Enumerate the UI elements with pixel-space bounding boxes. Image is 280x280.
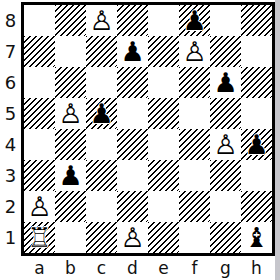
square-c1[interactable] [86, 222, 117, 253]
file-label-h: h [241, 257, 272, 279]
file-label-g: g [210, 257, 241, 279]
square-h2[interactable] [241, 191, 272, 222]
white-pawn[interactable]: ♟♙ [179, 36, 210, 67]
file-labels: abcdefgh [24, 257, 272, 279]
square-d8[interactable] [117, 5, 148, 36]
chess-board: ♟♙♟♟♟♟♟♙♟♟♟♙♟♟♟♙♟♟♟♟♟♙♜♖♟♙♝♝ [21, 2, 275, 256]
file-label-d: d [117, 257, 148, 279]
window-edge [275, 0, 280, 280]
black-pawn-glyph: ♟ [117, 36, 148, 67]
black-pawn[interactable]: ♟♟ [86, 98, 117, 129]
square-a3[interactable] [24, 160, 55, 191]
white-pawn-glyph: ♙ [210, 129, 241, 160]
file-label-a: a [24, 257, 55, 279]
white-pawn-glyph: ♙ [55, 98, 86, 129]
square-b3[interactable]: ♟♟ [55, 160, 86, 191]
square-h8[interactable] [241, 5, 272, 36]
square-c7[interactable] [86, 36, 117, 67]
square-b4[interactable] [55, 129, 86, 160]
square-a5[interactable] [24, 98, 55, 129]
square-h6[interactable] [241, 67, 272, 98]
square-c5[interactable]: ♟♟ [86, 98, 117, 129]
black-bishop[interactable]: ♝♝ [241, 222, 272, 253]
rank-label-5: 5 [0, 98, 21, 129]
white-pawn-glyph: ♙ [117, 222, 148, 253]
black-pawn-glyph: ♟ [179, 5, 210, 36]
square-b6[interactable] [55, 67, 86, 98]
square-b2[interactable] [55, 191, 86, 222]
square-d4[interactable] [117, 129, 148, 160]
square-g2[interactable] [210, 191, 241, 222]
file-label-b: b [55, 257, 86, 279]
square-e7[interactable] [148, 36, 179, 67]
square-d1[interactable]: ♟♙ [117, 222, 148, 253]
square-d2[interactable] [117, 191, 148, 222]
square-g8[interactable] [210, 5, 241, 36]
square-a8[interactable] [24, 5, 55, 36]
square-f5[interactable] [179, 98, 210, 129]
file-label-c: c [86, 257, 117, 279]
rank-label-7: 7 [0, 36, 21, 67]
square-g3[interactable] [210, 160, 241, 191]
square-a1[interactable]: ♜♖ [24, 222, 55, 253]
square-e3[interactable] [148, 160, 179, 191]
black-pawn-glyph: ♟ [55, 160, 86, 191]
square-g1[interactable] [210, 222, 241, 253]
black-pawn-glyph: ♟ [241, 129, 272, 160]
square-f2[interactable] [179, 191, 210, 222]
rank-label-4: 4 [0, 129, 21, 160]
square-h7[interactable] [241, 36, 272, 67]
square-d5[interactable] [117, 98, 148, 129]
square-c6[interactable] [86, 67, 117, 98]
black-pawn-glyph: ♟ [210, 67, 241, 98]
black-pawn[interactable]: ♟♟ [210, 67, 241, 98]
square-g7[interactable] [210, 36, 241, 67]
black-bishop-glyph: ♝ [241, 222, 272, 253]
square-b5[interactable]: ♟♙ [55, 98, 86, 129]
black-pawn[interactable]: ♟♟ [241, 129, 272, 160]
square-e5[interactable] [148, 98, 179, 129]
square-h3[interactable] [241, 160, 272, 191]
chess-diagram: 87654321 ♟♙♟♟♟♟♟♙♟♟♟♙♟♟♟♙♟♟♟♟♟♙♜♖♟♙♝♝ ab… [0, 0, 280, 280]
white-pawn-glyph: ♙ [86, 5, 117, 36]
square-e1[interactable] [148, 222, 179, 253]
square-f7[interactable]: ♟♙ [179, 36, 210, 67]
square-g5[interactable] [210, 98, 241, 129]
square-b1[interactable] [55, 222, 86, 253]
square-f8[interactable]: ♟♟ [179, 5, 210, 36]
white-pawn-glyph: ♙ [24, 191, 55, 222]
black-pawn[interactable]: ♟♟ [179, 5, 210, 36]
square-a4[interactable] [24, 129, 55, 160]
square-d7[interactable]: ♟♟ [117, 36, 148, 67]
rank-label-1: 1 [0, 222, 21, 253]
square-c2[interactable] [86, 191, 117, 222]
white-rook[interactable]: ♜♖ [24, 222, 55, 253]
square-d3[interactable] [117, 160, 148, 191]
square-f3[interactable] [179, 160, 210, 191]
square-b8[interactable] [55, 5, 86, 36]
black-pawn-glyph: ♟ [86, 98, 117, 129]
square-e2[interactable] [148, 191, 179, 222]
white-pawn[interactable]: ♟♙ [86, 5, 117, 36]
square-h5[interactable] [241, 98, 272, 129]
black-pawn[interactable]: ♟♟ [117, 36, 148, 67]
square-c4[interactable] [86, 129, 117, 160]
white-pawn[interactable]: ♟♙ [210, 129, 241, 160]
square-d6[interactable] [117, 67, 148, 98]
square-a6[interactable] [24, 67, 55, 98]
square-a7[interactable] [24, 36, 55, 67]
square-e6[interactable] [148, 67, 179, 98]
square-f6[interactable] [179, 67, 210, 98]
square-e4[interactable] [148, 129, 179, 160]
square-c8[interactable]: ♟♙ [86, 5, 117, 36]
white-pawn[interactable]: ♟♙ [117, 222, 148, 253]
square-g6[interactable]: ♟♟ [210, 67, 241, 98]
square-h4[interactable]: ♟♟ [241, 129, 272, 160]
square-h1[interactable]: ♝♝ [241, 222, 272, 253]
rank-labels: 87654321 [0, 5, 21, 253]
square-f1[interactable] [179, 222, 210, 253]
black-pawn[interactable]: ♟♟ [55, 160, 86, 191]
square-g4[interactable]: ♟♙ [210, 129, 241, 160]
file-label-e: e [148, 257, 179, 279]
rank-label-6: 6 [0, 67, 21, 98]
square-e8[interactable] [148, 5, 179, 36]
white-pawn[interactable]: ♟♙ [24, 191, 55, 222]
rank-label-3: 3 [0, 160, 21, 191]
square-a2[interactable]: ♟♙ [24, 191, 55, 222]
square-c3[interactable] [86, 160, 117, 191]
white-pawn[interactable]: ♟♙ [55, 98, 86, 129]
rank-label-2: 2 [0, 191, 21, 222]
white-pawn-glyph: ♙ [179, 36, 210, 67]
file-label-f: f [179, 257, 210, 279]
square-b7[interactable] [55, 36, 86, 67]
square-f4[interactable] [179, 129, 210, 160]
white-rook-glyph: ♖ [24, 222, 55, 253]
rank-label-8: 8 [0, 5, 21, 36]
